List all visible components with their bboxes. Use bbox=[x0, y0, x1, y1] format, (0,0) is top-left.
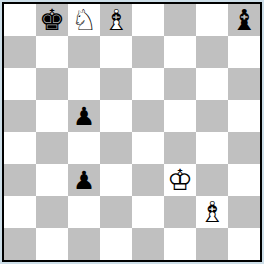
square-d6[interactable] bbox=[100, 68, 132, 100]
square-g6[interactable] bbox=[196, 68, 228, 100]
square-c2[interactable] bbox=[68, 196, 100, 228]
square-h1[interactable] bbox=[228, 228, 260, 260]
square-d8[interactable]: ♝♗ bbox=[100, 4, 132, 36]
square-g8[interactable] bbox=[196, 4, 228, 36]
square-d4[interactable] bbox=[100, 132, 132, 164]
square-c1[interactable] bbox=[68, 228, 100, 260]
square-d2[interactable] bbox=[100, 196, 132, 228]
piece-outline-layer: ♗ bbox=[196, 196, 228, 228]
piece-outline-layer: ♘ bbox=[68, 4, 100, 36]
white-bishop-icon: ♝♗ bbox=[196, 196, 228, 228]
square-f1[interactable] bbox=[164, 228, 196, 260]
square-f6[interactable] bbox=[164, 68, 196, 100]
piece-glyph: ♟ bbox=[68, 100, 100, 132]
square-e6[interactable] bbox=[132, 68, 164, 100]
chess-board: ♚♞♘♝♗♝♟♟♚♔♝♗ bbox=[2, 2, 262, 262]
square-a5[interactable] bbox=[4, 100, 36, 132]
square-g5[interactable] bbox=[196, 100, 228, 132]
square-a8[interactable] bbox=[4, 4, 36, 36]
square-h8[interactable]: ♝ bbox=[228, 4, 260, 36]
square-e1[interactable] bbox=[132, 228, 164, 260]
square-a6[interactable] bbox=[4, 68, 36, 100]
square-h3[interactable] bbox=[228, 164, 260, 196]
square-b8[interactable]: ♚ bbox=[36, 4, 68, 36]
piece-outline-layer: ♔ bbox=[164, 164, 196, 196]
square-c8[interactable]: ♞♘ bbox=[68, 4, 100, 36]
square-d1[interactable] bbox=[100, 228, 132, 260]
square-b5[interactable] bbox=[36, 100, 68, 132]
white-knight-icon: ♞♘ bbox=[68, 4, 100, 36]
square-h4[interactable] bbox=[228, 132, 260, 164]
square-h5[interactable] bbox=[228, 100, 260, 132]
square-g2[interactable]: ♝♗ bbox=[196, 196, 228, 228]
piece-glyph: ♝ bbox=[228, 4, 260, 36]
square-b7[interactable] bbox=[36, 36, 68, 68]
square-e2[interactable] bbox=[132, 196, 164, 228]
square-a4[interactable] bbox=[4, 132, 36, 164]
square-g4[interactable] bbox=[196, 132, 228, 164]
square-c7[interactable] bbox=[68, 36, 100, 68]
square-f3[interactable]: ♚♔ bbox=[164, 164, 196, 196]
square-b2[interactable] bbox=[36, 196, 68, 228]
square-b3[interactable] bbox=[36, 164, 68, 196]
piece-glyph: ♚ bbox=[36, 4, 68, 36]
square-a7[interactable] bbox=[4, 36, 36, 68]
page-background: ♚♞♘♝♗♝♟♟♚♔♝♗ bbox=[0, 0, 264, 264]
square-b6[interactable] bbox=[36, 68, 68, 100]
square-e7[interactable] bbox=[132, 36, 164, 68]
square-f7[interactable] bbox=[164, 36, 196, 68]
square-d3[interactable] bbox=[100, 164, 132, 196]
square-h2[interactable] bbox=[228, 196, 260, 228]
square-e3[interactable] bbox=[132, 164, 164, 196]
square-g7[interactable] bbox=[196, 36, 228, 68]
square-f5[interactable] bbox=[164, 100, 196, 132]
square-d5[interactable] bbox=[100, 100, 132, 132]
square-a1[interactable] bbox=[4, 228, 36, 260]
square-h7[interactable] bbox=[228, 36, 260, 68]
square-f8[interactable] bbox=[164, 4, 196, 36]
square-c5[interactable]: ♟ bbox=[68, 100, 100, 132]
square-c6[interactable] bbox=[68, 68, 100, 100]
black-pawn-icon: ♟ bbox=[68, 100, 100, 132]
square-h6[interactable] bbox=[228, 68, 260, 100]
black-pawn-icon: ♟ bbox=[68, 164, 100, 196]
piece-glyph: ♟ bbox=[68, 164, 100, 196]
square-g3[interactable] bbox=[196, 164, 228, 196]
square-f4[interactable] bbox=[164, 132, 196, 164]
square-d7[interactable] bbox=[100, 36, 132, 68]
square-c4[interactable] bbox=[68, 132, 100, 164]
white-king-icon: ♚♔ bbox=[164, 164, 196, 196]
square-g1[interactable] bbox=[196, 228, 228, 260]
square-e4[interactable] bbox=[132, 132, 164, 164]
square-f2[interactable] bbox=[164, 196, 196, 228]
square-a3[interactable] bbox=[4, 164, 36, 196]
square-a2[interactable] bbox=[4, 196, 36, 228]
black-king-icon: ♚ bbox=[36, 4, 68, 36]
white-bishop-icon: ♝♗ bbox=[100, 4, 132, 36]
square-e5[interactable] bbox=[132, 100, 164, 132]
black-bishop-icon: ♝ bbox=[228, 4, 260, 36]
square-e8[interactable] bbox=[132, 4, 164, 36]
square-b1[interactable] bbox=[36, 228, 68, 260]
piece-outline-layer: ♗ bbox=[100, 4, 132, 36]
square-c3[interactable]: ♟ bbox=[68, 164, 100, 196]
square-b4[interactable] bbox=[36, 132, 68, 164]
